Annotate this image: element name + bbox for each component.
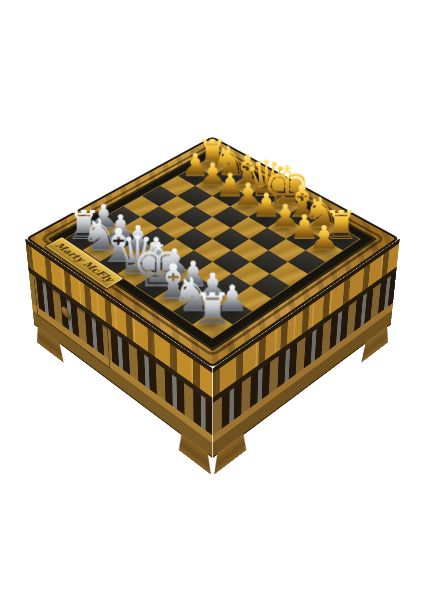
box-foot bbox=[361, 324, 390, 363]
scene: ♜♞♝♛♚♝♞♜♟♟♟♟♟♟♟♟♟♟♟♟♟♟♟♟♜♞♝♛♚♝♞♜ Marty M… bbox=[0, 0, 424, 600]
product-photo: ♜♞♝♛♚♝♞♜♟♟♟♟♟♟♟♟♟♟♟♟♟♟♟♟♜♞♝♛♚♝♞♜ Marty M… bbox=[0, 0, 424, 600]
box-foot bbox=[214, 431, 247, 475]
chess-box: ♜♞♝♛♚♝♞♜♟♟♟♟♟♟♟♟♟♟♟♟♟♟♟♟♜♞♝♛♚♝♞♜ Marty M… bbox=[25, 136, 400, 368]
box-foot bbox=[178, 431, 211, 475]
